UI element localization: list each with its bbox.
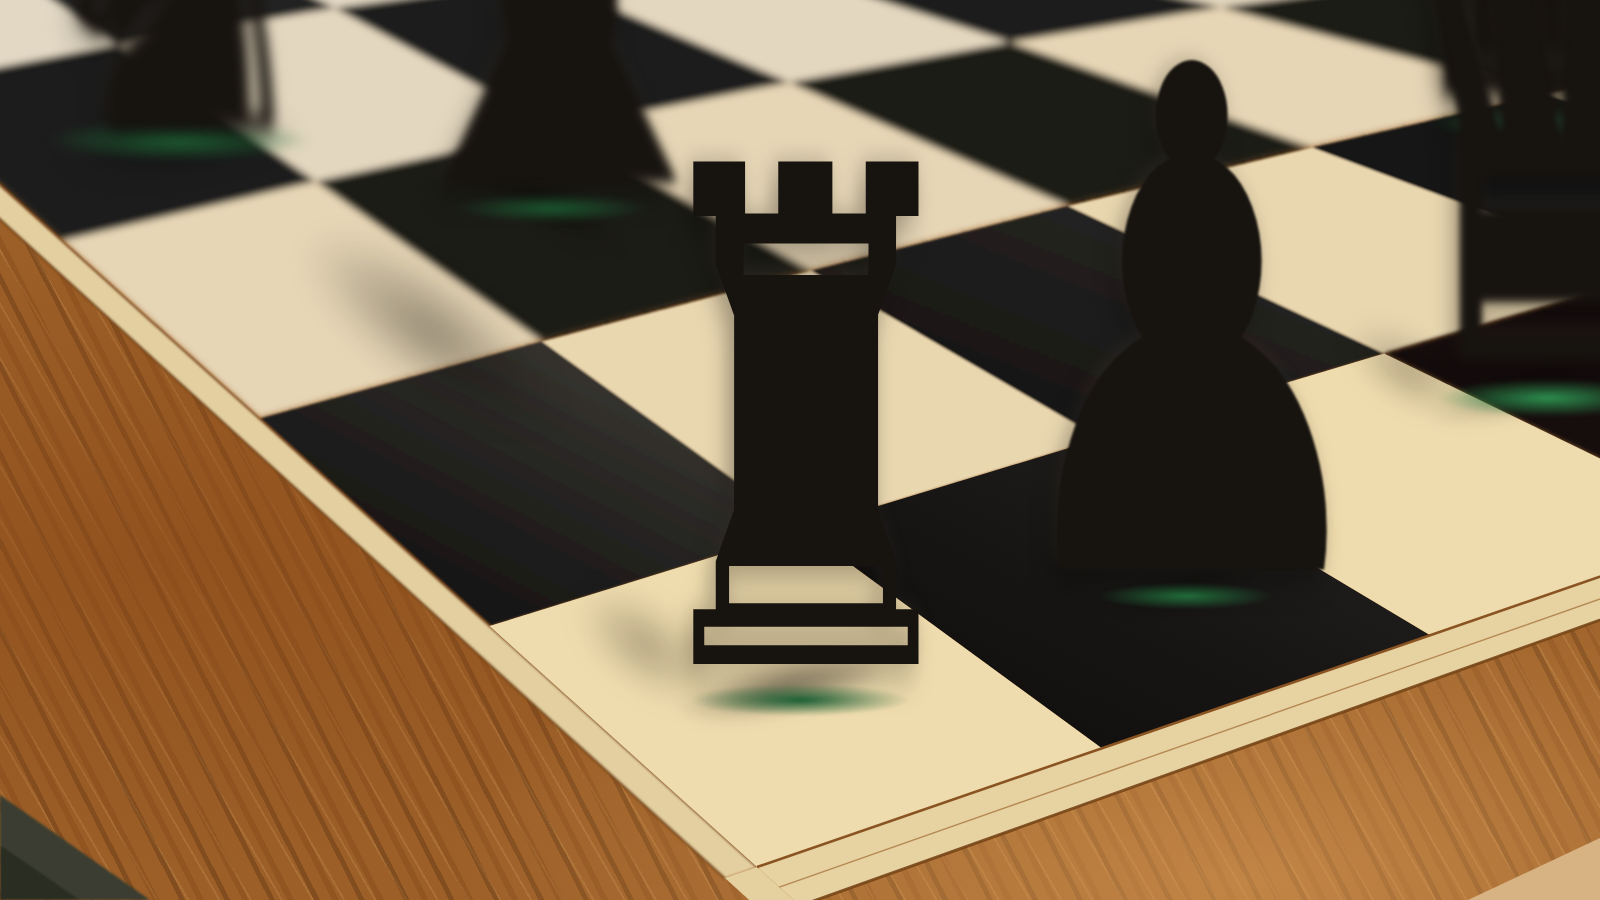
- black-pawn-glyph: ♟: [990, 0, 1393, 676]
- chess-photo-scene: ♞♚♝♛♟♜: [0, 0, 1600, 900]
- pieces-layer: ♞♚♝♛♟♜: [0, 0, 1600, 900]
- black-knight-glyph: ♞: [20, 0, 329, 203]
- black-rook-glyph: ♜: [627, 82, 986, 770]
